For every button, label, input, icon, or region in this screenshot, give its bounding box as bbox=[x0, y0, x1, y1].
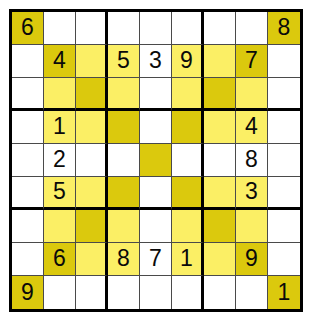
sudoku-cell-r6c7[interactable] bbox=[204, 177, 236, 210]
sudoku-cell-r8c8[interactable]: 9 bbox=[236, 243, 268, 276]
sudoku-cell-r2c4[interactable]: 5 bbox=[108, 45, 140, 78]
sudoku-cell-r4c4[interactable] bbox=[108, 111, 140, 144]
sudoku-cell-r5c3[interactable] bbox=[76, 144, 108, 177]
sudoku-cell-r8c6[interactable]: 1 bbox=[172, 243, 204, 276]
sudoku-cell-r9c5[interactable] bbox=[140, 276, 172, 309]
sudoku-cell-r2c7[interactable] bbox=[204, 45, 236, 78]
sudoku-cell-r3c7[interactable] bbox=[204, 78, 236, 111]
sudoku-cell-r1c4[interactable] bbox=[108, 12, 140, 45]
sudoku-cell-r8c3[interactable] bbox=[76, 243, 108, 276]
sudoku-board: 68453971428536871991 bbox=[9, 9, 303, 312]
sudoku-cell-r9c9[interactable]: 1 bbox=[268, 276, 300, 309]
sudoku-cell-r1c5[interactable] bbox=[140, 12, 172, 45]
sudoku-cell-r1c8[interactable] bbox=[236, 12, 268, 45]
sudoku-cell-r2c8[interactable]: 7 bbox=[236, 45, 268, 78]
sudoku-cell-r1c1[interactable]: 6 bbox=[12, 12, 44, 45]
sudoku-cell-r2c3[interactable] bbox=[76, 45, 108, 78]
sudoku-cell-r6c8[interactable]: 3 bbox=[236, 177, 268, 210]
sudoku-cell-r7c2[interactable] bbox=[44, 210, 76, 243]
sudoku-cell-r6c9[interactable] bbox=[268, 177, 300, 210]
sudoku-cell-r7c6[interactable] bbox=[172, 210, 204, 243]
sudoku-cell-r3c9[interactable] bbox=[268, 78, 300, 111]
sudoku-cell-r7c1[interactable] bbox=[12, 210, 44, 243]
sudoku-cell-r9c4[interactable] bbox=[108, 276, 140, 309]
sudoku-page: 68453971428536871991 bbox=[0, 0, 312, 320]
sudoku-cell-r7c7[interactable] bbox=[204, 210, 236, 243]
sudoku-cell-r8c7[interactable] bbox=[204, 243, 236, 276]
sudoku-cell-r5c6[interactable] bbox=[172, 144, 204, 177]
sudoku-cell-r9c2[interactable] bbox=[44, 276, 76, 309]
sudoku-cell-r4c1[interactable] bbox=[12, 111, 44, 144]
sudoku-cell-r7c3[interactable] bbox=[76, 210, 108, 243]
sudoku-cell-r6c6[interactable] bbox=[172, 177, 204, 210]
sudoku-cell-r6c4[interactable] bbox=[108, 177, 140, 210]
sudoku-cell-r5c2[interactable]: 2 bbox=[44, 144, 76, 177]
sudoku-cell-r1c3[interactable] bbox=[76, 12, 108, 45]
sudoku-cell-r5c8[interactable]: 8 bbox=[236, 144, 268, 177]
sudoku-cell-r1c7[interactable] bbox=[204, 12, 236, 45]
sudoku-cell-r4c5[interactable] bbox=[140, 111, 172, 144]
sudoku-cell-r8c9[interactable] bbox=[268, 243, 300, 276]
sudoku-cell-r2c2[interactable]: 4 bbox=[44, 45, 76, 78]
sudoku-cell-r2c5[interactable]: 3 bbox=[140, 45, 172, 78]
sudoku-cell-r2c1[interactable] bbox=[12, 45, 44, 78]
sudoku-cell-r5c1[interactable] bbox=[12, 144, 44, 177]
sudoku-cell-r2c9[interactable] bbox=[268, 45, 300, 78]
sudoku-cell-r3c4[interactable] bbox=[108, 78, 140, 111]
sudoku-cell-r9c6[interactable] bbox=[172, 276, 204, 309]
sudoku-cell-r5c5[interactable] bbox=[140, 144, 172, 177]
sudoku-cell-r1c9[interactable]: 8 bbox=[268, 12, 300, 45]
sudoku-cell-r1c2[interactable] bbox=[44, 12, 76, 45]
sudoku-cell-r7c9[interactable] bbox=[268, 210, 300, 243]
sudoku-cell-r6c3[interactable] bbox=[76, 177, 108, 210]
sudoku-cell-r8c5[interactable]: 7 bbox=[140, 243, 172, 276]
sudoku-cell-r6c5[interactable] bbox=[140, 177, 172, 210]
sudoku-cell-r4c2[interactable]: 1 bbox=[44, 111, 76, 144]
sudoku-cell-r3c1[interactable] bbox=[12, 78, 44, 111]
sudoku-cell-r5c7[interactable] bbox=[204, 144, 236, 177]
sudoku-cell-r2c6[interactable]: 9 bbox=[172, 45, 204, 78]
sudoku-cell-r5c4[interactable] bbox=[108, 144, 140, 177]
sudoku-cell-r5c9[interactable] bbox=[268, 144, 300, 177]
sudoku-cell-r9c3[interactable] bbox=[76, 276, 108, 309]
sudoku-cell-r4c3[interactable] bbox=[76, 111, 108, 144]
sudoku-cell-r7c4[interactable] bbox=[108, 210, 140, 243]
sudoku-cell-r9c7[interactable] bbox=[204, 276, 236, 309]
sudoku-cell-r3c2[interactable] bbox=[44, 78, 76, 111]
sudoku-cell-r4c9[interactable] bbox=[268, 111, 300, 144]
sudoku-cell-r6c2[interactable]: 5 bbox=[44, 177, 76, 210]
sudoku-cell-r4c6[interactable] bbox=[172, 111, 204, 144]
sudoku-cell-r8c4[interactable]: 8 bbox=[108, 243, 140, 276]
sudoku-cell-r8c1[interactable] bbox=[12, 243, 44, 276]
sudoku-cell-r3c8[interactable] bbox=[236, 78, 268, 111]
sudoku-cell-r9c8[interactable] bbox=[236, 276, 268, 309]
sudoku-cell-r8c2[interactable]: 6 bbox=[44, 243, 76, 276]
sudoku-cell-r3c6[interactable] bbox=[172, 78, 204, 111]
sudoku-cell-r7c8[interactable] bbox=[236, 210, 268, 243]
sudoku-cell-r1c6[interactable] bbox=[172, 12, 204, 45]
sudoku-cell-r3c5[interactable] bbox=[140, 78, 172, 111]
sudoku-cell-r4c8[interactable]: 4 bbox=[236, 111, 268, 144]
sudoku-cell-r9c1[interactable]: 9 bbox=[12, 276, 44, 309]
sudoku-cell-r3c3[interactable] bbox=[76, 78, 108, 111]
sudoku-cell-r4c7[interactable] bbox=[204, 111, 236, 144]
sudoku-cell-r6c1[interactable] bbox=[12, 177, 44, 210]
sudoku-cell-r7c5[interactable] bbox=[140, 210, 172, 243]
